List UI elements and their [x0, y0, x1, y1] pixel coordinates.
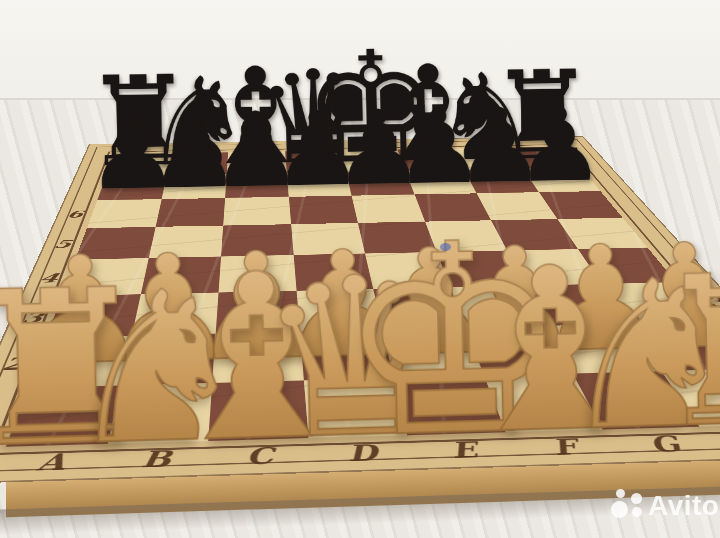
square-h8: ♜: [508, 147, 581, 169]
avito-logo-dot: [611, 501, 628, 518]
piece-black-knight-g8: ♞: [431, 57, 540, 178]
square-g8: ♞: [453, 148, 523, 170]
perspective-scene: ♜♞♝♛♚♝♞♜♟♟♟♟♟♟♟♟♟♟♟♟♟♟♟♟♜♞♝♛♚♝♞♜ ABCDEFG…: [0, 0, 720, 538]
avito-logo-dot: [632, 507, 642, 517]
file-label-c: C: [225, 442, 295, 470]
avito-watermark: Avito: [610, 484, 720, 526]
piece-black-knight-b8: ♞: [142, 61, 253, 184]
square-d8: ♛: [285, 150, 346, 172]
piece-black-queen-d8: ♛: [255, 53, 372, 183]
piece-black-king-e8: ♚: [301, 30, 441, 186]
file-label-e: E: [427, 436, 502, 464]
piece-black-rook-a8: ♜: [82, 59, 196, 185]
chess-board: ♜♞♝♛♚♝♞♜♟♟♟♟♟♟♟♟♟♟♟♟♟♟♟♟♜♞♝♛♚♝♞♜ ABCDEFG…: [0, 136, 720, 484]
watermark-label: Avito: [648, 490, 719, 522]
square-a7: ♟: [97, 175, 166, 201]
square-h1: ♜: [661, 369, 720, 427]
white-king-blue-mark: [440, 243, 451, 251]
piece-black-pawn-b7: ♟: [147, 99, 242, 204]
listing-photo: ♜♞♝♛♚♝♞♜♟♟♟♟♟♟♟♟♟♟♟♟♟♟♟♟♜♞♝♛♚♝♞♜ ABCDEFG…: [0, 0, 720, 538]
avito-logo-icon: [610, 488, 646, 522]
avito-logo-dot: [631, 493, 642, 504]
piece-black-bishop-f8: ♝: [368, 48, 488, 182]
square-c8: ♝: [227, 151, 287, 174]
file-label-d: D: [327, 439, 399, 467]
piece-black-pawn-e7: ♟: [332, 96, 426, 200]
square-a8: ♜: [106, 153, 171, 176]
piece-black-pawn-c7: ♟: [209, 98, 304, 203]
board-squares: ♜♞♝♛♚♝♞♜♟♟♟♟♟♟♟♟♟♟♟♟♟♟♟♟♜♞♝♛♚♝♞♜: [6, 147, 720, 447]
square-c7: ♟: [225, 173, 288, 198]
square-b7: ♟: [161, 174, 226, 199]
piece-black-pawn-h7: ♟: [514, 93, 606, 196]
file-label-b: B: [119, 445, 192, 473]
square-e8: ♚: [341, 149, 405, 171]
avito-logo-dot: [616, 489, 625, 498]
piece-black-bishop-c8: ♝: [195, 50, 317, 185]
piece-black-pawn-f7: ♟: [393, 95, 486, 199]
square-f8: ♝: [397, 149, 464, 171]
square-b8: ♞: [167, 152, 229, 175]
file-label-g: G: [624, 431, 706, 458]
piece-black-pawn-a7: ♟: [84, 99, 180, 204]
piece-black-pawn-g7: ♟: [453, 94, 546, 197]
piece-black-pawn-d7: ♟: [270, 97, 364, 201]
scene-scaler: ♜♞♝♛♚♝♞♜♟♟♟♟♟♟♟♟♟♟♟♟♟♟♟♟♜♞♝♛♚♝♞♜ ABCDEFG…: [0, 0, 720, 538]
file-label-f: F: [526, 433, 605, 460]
piece-black-rook-h8: ♜: [487, 54, 597, 177]
rank-label-left-6: 6: [59, 209, 90, 220]
file-label-a: A: [12, 448, 90, 477]
